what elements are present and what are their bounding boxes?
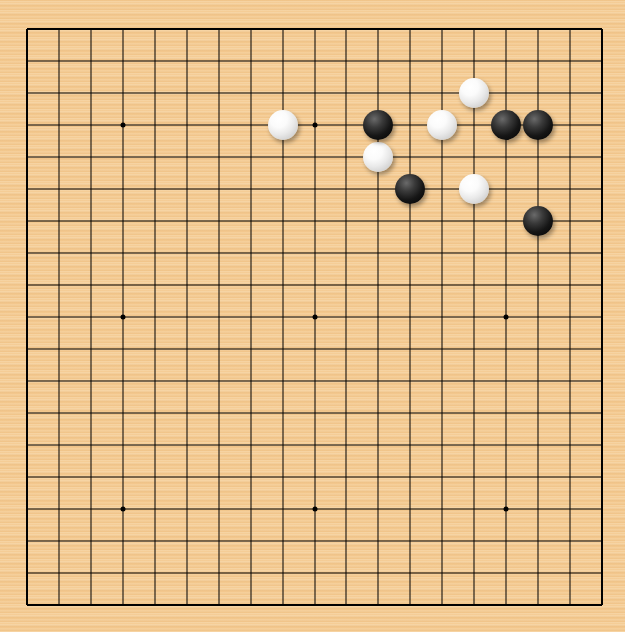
grid-line-vertical xyxy=(601,29,603,605)
grid-line-vertical xyxy=(346,29,347,605)
grid-line-horizontal xyxy=(27,381,602,382)
black-stone-Q16[interactable] xyxy=(491,110,521,140)
go-board[interactable] xyxy=(27,29,602,605)
grid-line-horizontal xyxy=(27,413,602,414)
white-stone-J16[interactable] xyxy=(268,110,298,140)
grid-line-vertical xyxy=(474,29,475,605)
star-point xyxy=(504,315,509,320)
star-point xyxy=(312,507,317,512)
white-stone-P14[interactable] xyxy=(459,174,489,204)
grid-line-horizontal xyxy=(27,541,602,542)
grid-line-horizontal xyxy=(27,604,602,606)
grid-line-horizontal xyxy=(27,477,602,478)
white-stone-P17[interactable] xyxy=(459,78,489,108)
star-point xyxy=(120,123,125,128)
star-point xyxy=(120,315,125,320)
grid-line-vertical xyxy=(570,29,571,605)
star-point xyxy=(120,507,125,512)
star-point xyxy=(312,315,317,320)
star-point xyxy=(504,507,509,512)
grid-line-horizontal xyxy=(27,573,602,574)
grid-line-horizontal xyxy=(27,349,602,350)
grid-line-vertical xyxy=(410,29,411,605)
white-stone-O16[interactable] xyxy=(427,110,457,140)
star-point xyxy=(312,123,317,128)
black-stone-M16[interactable] xyxy=(363,110,393,140)
go-board-page xyxy=(0,0,625,632)
black-stone-N14[interactable] xyxy=(395,174,425,204)
grid-line-horizontal xyxy=(27,445,602,446)
black-stone-R13[interactable] xyxy=(523,206,553,236)
black-stone-R16[interactable] xyxy=(523,110,553,140)
white-stone-M15[interactable] xyxy=(363,142,393,172)
